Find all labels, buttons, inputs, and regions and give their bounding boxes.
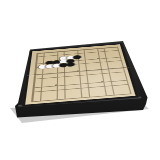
perspective-wrapper: ●●●●●●●●●●●● <box>0 0 160 160</box>
black-stone: ● <box>67 62 74 66</box>
go-board: ●●●●●●●●●●●● <box>21 43 139 107</box>
board-grid: ●●●●●●●●●●●● <box>27 45 134 104</box>
product-photo: ●●●●●●●●●●●● <box>0 0 160 160</box>
board-surface: ●●●●●●●●●●●● <box>25 44 135 104</box>
